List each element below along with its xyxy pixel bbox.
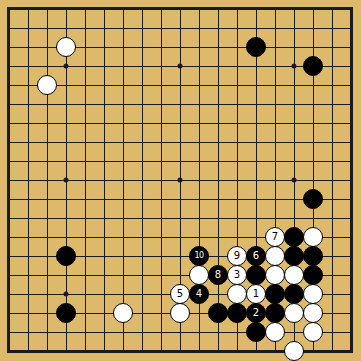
- board-cell: [104, 142, 123, 161]
- board-cell: [199, 199, 218, 218]
- board-cell: [332, 332, 351, 351]
- board-cell: [180, 85, 199, 104]
- stone-black[interactable]: [246, 265, 266, 285]
- move-number: 5: [177, 289, 183, 299]
- board-cell: [104, 180, 123, 199]
- star-point: [64, 292, 69, 297]
- stone-white[interactable]: [303, 227, 323, 247]
- board-cell: [256, 161, 275, 180]
- board-cell: [47, 104, 66, 123]
- board-cell: [142, 85, 161, 104]
- board-cell: [104, 237, 123, 256]
- stone-black[interactable]: 4: [189, 284, 209, 304]
- stone-white[interactable]: [56, 37, 76, 57]
- stone-black[interactable]: [303, 56, 323, 76]
- board-cell: [104, 123, 123, 142]
- board-cell: [332, 218, 351, 237]
- board-cell: [180, 218, 199, 237]
- board-cell: [313, 104, 332, 123]
- board-cell: [199, 142, 218, 161]
- board-cell: [47, 275, 66, 294]
- board-cell: [142, 237, 161, 256]
- board-cell: [218, 142, 237, 161]
- board-cell: [9, 218, 28, 237]
- board-cell: [9, 199, 28, 218]
- board-cell: [9, 66, 28, 85]
- board-cell: [123, 332, 142, 351]
- board-cell: [294, 104, 313, 123]
- board-cell: [294, 9, 313, 28]
- board-cell: [275, 28, 294, 47]
- board-cell: [47, 123, 66, 142]
- stone-black[interactable]: [284, 246, 304, 266]
- stone-black[interactable]: [303, 265, 323, 285]
- board-cell: [275, 85, 294, 104]
- board-cell: [66, 161, 85, 180]
- board-cell: [313, 9, 332, 28]
- stone-black[interactable]: [56, 303, 76, 323]
- board-cell: [9, 294, 28, 313]
- board-cell: [275, 199, 294, 218]
- board-cell: [123, 142, 142, 161]
- board-cell: [218, 85, 237, 104]
- stone-white[interactable]: [265, 246, 285, 266]
- board-cell: [142, 123, 161, 142]
- board-cell: [9, 142, 28, 161]
- board-cell: [161, 9, 180, 28]
- stone-white[interactable]: [265, 265, 285, 285]
- star-point: [178, 178, 183, 183]
- stone-white[interactable]: [170, 303, 190, 323]
- board-cell: [28, 123, 47, 142]
- board-cell: [332, 199, 351, 218]
- board-cell: [199, 123, 218, 142]
- board-cell: [123, 9, 142, 28]
- board-cell: [161, 104, 180, 123]
- board-cell: [47, 199, 66, 218]
- board-cell: [332, 28, 351, 47]
- board-cell: [199, 9, 218, 28]
- board-cell: [28, 275, 47, 294]
- board-cell: [85, 123, 104, 142]
- board-cell: [66, 142, 85, 161]
- board-cell: [85, 237, 104, 256]
- board-cell: [85, 85, 104, 104]
- board-cell: [199, 180, 218, 199]
- board-cell: [256, 85, 275, 104]
- board-cell: [332, 237, 351, 256]
- board-cell: [104, 199, 123, 218]
- board-cell: [104, 9, 123, 28]
- board-cell: [104, 47, 123, 66]
- board-cell: [9, 256, 28, 275]
- board-cell: [123, 256, 142, 275]
- board-cell: [9, 161, 28, 180]
- stone-black[interactable]: [208, 303, 228, 323]
- board-cell: [180, 66, 199, 85]
- board-cell: [142, 332, 161, 351]
- board-cell: [85, 9, 104, 28]
- board-cell: [332, 142, 351, 161]
- board-cell: [313, 161, 332, 180]
- board-cell: [180, 142, 199, 161]
- board-cell: [332, 294, 351, 313]
- board-cell: [237, 142, 256, 161]
- board-cell: [237, 180, 256, 199]
- stone-black[interactable]: 10: [189, 246, 209, 266]
- move-number: 8: [215, 270, 221, 280]
- star-point: [292, 178, 297, 183]
- board-cell: [218, 123, 237, 142]
- board-cell: [47, 142, 66, 161]
- board-cell: [199, 66, 218, 85]
- board-cell: [294, 28, 313, 47]
- board-cell: [123, 275, 142, 294]
- move-number: 7: [272, 232, 278, 242]
- board-cell: [332, 313, 351, 332]
- board-cell: [332, 9, 351, 28]
- board-cell: [142, 180, 161, 199]
- board-cell: [28, 332, 47, 351]
- star-point: [178, 64, 183, 69]
- stone-white[interactable]: 3: [227, 265, 247, 285]
- board-cell: [142, 104, 161, 123]
- board-cell: [9, 180, 28, 199]
- board-cell: [9, 28, 28, 47]
- board-cell: [142, 161, 161, 180]
- board-cell: [332, 275, 351, 294]
- board-cell: [123, 180, 142, 199]
- board-cell: [275, 47, 294, 66]
- board-cell: [275, 142, 294, 161]
- board-cell: [28, 161, 47, 180]
- board-cell: [142, 294, 161, 313]
- stone-black[interactable]: 8: [208, 265, 228, 285]
- board-cell: [275, 161, 294, 180]
- board-cell: [28, 180, 47, 199]
- board-cell: [237, 161, 256, 180]
- board-cell: [218, 161, 237, 180]
- stone-black[interactable]: [246, 37, 266, 57]
- board-cell: [85, 104, 104, 123]
- board-cell: [66, 123, 85, 142]
- board-cell: [85, 294, 104, 313]
- board-cell: [123, 123, 142, 142]
- board-cell: [313, 142, 332, 161]
- board-cell: [47, 180, 66, 199]
- stone-white[interactable]: 5: [170, 284, 190, 304]
- board-cell: [218, 218, 237, 237]
- board-cell: [142, 313, 161, 332]
- move-number: 6: [253, 251, 259, 261]
- board-cell: [180, 180, 199, 199]
- stone-white[interactable]: 9: [227, 246, 247, 266]
- stone-white[interactable]: [284, 341, 304, 361]
- board-cell: [180, 47, 199, 66]
- stone-black[interactable]: [284, 227, 304, 247]
- board-cell: [85, 218, 104, 237]
- board-cell: [256, 180, 275, 199]
- stone-black[interactable]: [56, 246, 76, 266]
- stone-white[interactable]: [113, 303, 133, 323]
- board-cell: [85, 256, 104, 275]
- board-cell: [28, 294, 47, 313]
- board-cell: [66, 180, 85, 199]
- board-cell: [332, 47, 351, 66]
- stone-black[interactable]: [246, 322, 266, 342]
- stone-black[interactable]: [265, 284, 285, 304]
- board-cell: [332, 161, 351, 180]
- board-cell: [9, 9, 28, 28]
- board-cell: [47, 332, 66, 351]
- stone-black[interactable]: [227, 303, 247, 323]
- board-cell: [218, 9, 237, 28]
- board-cell: [104, 218, 123, 237]
- board-cell: [66, 9, 85, 28]
- board-cell: [9, 313, 28, 332]
- board-cell: [28, 256, 47, 275]
- board-cell: [199, 47, 218, 66]
- move-number: 3: [234, 270, 240, 280]
- move-number: 10: [194, 252, 203, 260]
- board-cell: [123, 237, 142, 256]
- board-cell: [85, 275, 104, 294]
- move-number: 4: [196, 289, 202, 299]
- board-cell: [66, 275, 85, 294]
- board-cell: [142, 9, 161, 28]
- board-cell: [199, 28, 218, 47]
- go-board-diagram: 71096835412: [0, 0, 361, 361]
- move-number: 2: [253, 308, 259, 318]
- board-cell: [85, 142, 104, 161]
- board-cell: [237, 9, 256, 28]
- board-cell: [256, 104, 275, 123]
- board-cell: [218, 47, 237, 66]
- board-cell: [161, 218, 180, 237]
- board-cell: [199, 85, 218, 104]
- board-cell: [275, 104, 294, 123]
- board-cell: [237, 123, 256, 142]
- board-cell: [161, 237, 180, 256]
- stone-white[interactable]: 1: [246, 284, 266, 304]
- board-cell: [85, 47, 104, 66]
- board-cell: [161, 123, 180, 142]
- board-cell: [28, 313, 47, 332]
- board-cell: [85, 199, 104, 218]
- board-cell: [294, 85, 313, 104]
- board-cell: [256, 9, 275, 28]
- board-cell: [104, 85, 123, 104]
- board-cell: [142, 256, 161, 275]
- board-cell: [85, 66, 104, 85]
- board-cell: [218, 180, 237, 199]
- board-cell: [180, 161, 199, 180]
- board-cell: [313, 123, 332, 142]
- board-cell: [332, 85, 351, 104]
- stone-black[interactable]: 6: [246, 246, 266, 266]
- board-cell: [161, 28, 180, 47]
- board-cell: [123, 199, 142, 218]
- move-number: 1: [253, 289, 259, 299]
- board-cell: [9, 332, 28, 351]
- board-cell: [161, 66, 180, 85]
- star-point: [64, 178, 69, 183]
- board-cell: [85, 180, 104, 199]
- board-cell: [332, 104, 351, 123]
- star-point: [292, 64, 297, 69]
- board-cell: [28, 218, 47, 237]
- board-cell: [275, 9, 294, 28]
- board-cell: [161, 47, 180, 66]
- board-cell: [275, 180, 294, 199]
- stone-white[interactable]: [284, 265, 304, 285]
- board-cell: [161, 180, 180, 199]
- stone-black[interactable]: 2: [246, 303, 266, 323]
- board-cell: [66, 104, 85, 123]
- board-cell: [66, 66, 85, 85]
- board-cell: [9, 104, 28, 123]
- board-cell: [161, 142, 180, 161]
- move-number: 9: [234, 251, 240, 261]
- board-cell: [66, 85, 85, 104]
- board-cell: [180, 199, 199, 218]
- board-cell: [237, 66, 256, 85]
- board-cell: [123, 104, 142, 123]
- stone-black[interactable]: [284, 284, 304, 304]
- board-cell: [28, 28, 47, 47]
- board-cell: [256, 199, 275, 218]
- board-cell: [161, 85, 180, 104]
- board-cell: [142, 142, 161, 161]
- board-cell: [47, 218, 66, 237]
- board-cell: [161, 256, 180, 275]
- board-cell: [47, 161, 66, 180]
- stone-white[interactable]: [303, 284, 323, 304]
- board-cell: [123, 218, 142, 237]
- board-cell: [123, 28, 142, 47]
- board-cell: [161, 332, 180, 351]
- star-point: [64, 64, 69, 69]
- board-cell: [218, 199, 237, 218]
- stone-white[interactable]: [303, 322, 323, 342]
- board-cell: [9, 123, 28, 142]
- board-cell: [28, 142, 47, 161]
- board-cell: [28, 199, 47, 218]
- board-cell: [256, 66, 275, 85]
- stone-white[interactable]: [303, 303, 323, 323]
- board-cell: [85, 313, 104, 332]
- board-cell: [142, 66, 161, 85]
- board-cell: [332, 66, 351, 85]
- board-cell: [161, 161, 180, 180]
- board-cell: [275, 66, 294, 85]
- board-cell: [123, 161, 142, 180]
- board-cell: [256, 142, 275, 161]
- board-cell: [294, 123, 313, 142]
- board-cell: [294, 142, 313, 161]
- board-cell: [218, 332, 237, 351]
- stone-white[interactable]: [284, 303, 304, 323]
- board-cell: [218, 104, 237, 123]
- board-cell: [199, 161, 218, 180]
- board-cell: [104, 66, 123, 85]
- board-cell: [142, 199, 161, 218]
- board-cell: [9, 237, 28, 256]
- board-cell: [237, 218, 256, 237]
- board-cell: [104, 332, 123, 351]
- board-cell: [199, 218, 218, 237]
- board-cell: [85, 28, 104, 47]
- board-cell: [9, 47, 28, 66]
- stone-white[interactable]: [227, 284, 247, 304]
- stone-white[interactable]: 7: [265, 227, 285, 247]
- board-cell: [142, 28, 161, 47]
- board-cell: [199, 104, 218, 123]
- board-cell: [218, 28, 237, 47]
- board-cell: [256, 123, 275, 142]
- board-cell: [161, 199, 180, 218]
- board-cell: [47, 9, 66, 28]
- stone-black[interactable]: [303, 189, 323, 209]
- board-cell: [123, 85, 142, 104]
- board-cell: [104, 104, 123, 123]
- board-cell: [180, 9, 199, 28]
- board-cell: [104, 275, 123, 294]
- board-cell: [313, 28, 332, 47]
- board-cell: [275, 123, 294, 142]
- board-cell: [85, 161, 104, 180]
- board-cell: [104, 256, 123, 275]
- board-cell: [28, 47, 47, 66]
- board-cell: [180, 28, 199, 47]
- board-cell: [180, 332, 199, 351]
- board-cell: [28, 104, 47, 123]
- board-cell: [218, 66, 237, 85]
- board-cell: [237, 85, 256, 104]
- board-cell: [123, 66, 142, 85]
- board-cell: [237, 104, 256, 123]
- board-cell: [9, 275, 28, 294]
- board-cell: [199, 332, 218, 351]
- board-cell: [85, 332, 104, 351]
- board-cell: [66, 218, 85, 237]
- board-cell: [332, 180, 351, 199]
- stone-black[interactable]: [303, 246, 323, 266]
- board-cell: [332, 123, 351, 142]
- stone-white[interactable]: [265, 322, 285, 342]
- board-cell: [180, 104, 199, 123]
- board-cell: [180, 123, 199, 142]
- board-cell: [66, 199, 85, 218]
- board-cell: [123, 47, 142, 66]
- board-cell: [142, 218, 161, 237]
- stone-white[interactable]: [37, 75, 57, 95]
- board-cell: [237, 199, 256, 218]
- board-cell: [332, 256, 351, 275]
- stone-black[interactable]: [265, 303, 285, 323]
- board-cell: [104, 28, 123, 47]
- board-cell: [142, 275, 161, 294]
- board-cell: [28, 237, 47, 256]
- stone-white[interactable]: [189, 265, 209, 285]
- board-cell: [313, 85, 332, 104]
- board-cell: [66, 332, 85, 351]
- board-cell: [142, 47, 161, 66]
- board-cell: [28, 9, 47, 28]
- board-cell: [104, 161, 123, 180]
- board-cell: [9, 85, 28, 104]
- board-cell: [294, 161, 313, 180]
